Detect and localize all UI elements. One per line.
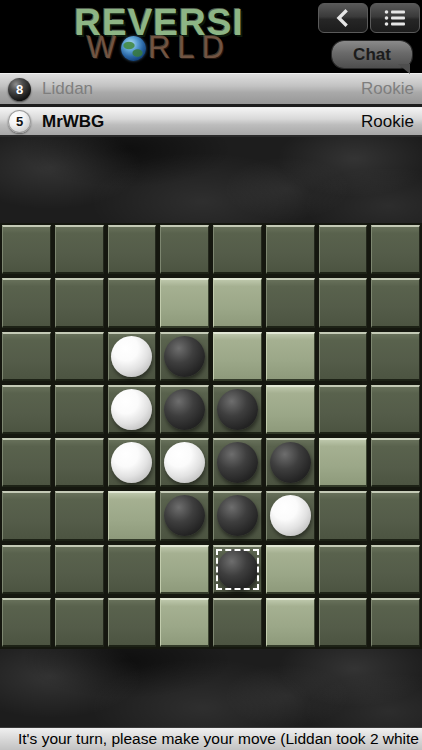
cell-e2[interactable] — [213, 278, 262, 327]
cell-e8 — [213, 598, 262, 647]
cell-a8 — [2, 598, 51, 647]
cell-d2[interactable] — [160, 278, 209, 327]
header: REVERSI WRLD Chat — [0, 0, 422, 73]
black-disc — [164, 389, 205, 430]
cell-d7[interactable] — [160, 545, 209, 594]
cell-h6 — [371, 491, 420, 540]
cell-f2 — [266, 278, 315, 327]
cell-h3 — [371, 332, 420, 381]
black-disc — [164, 495, 205, 536]
cell-a3 — [2, 332, 51, 381]
back-button[interactable] — [318, 3, 368, 33]
cell-b7 — [55, 545, 104, 594]
black-score-badge: 8 — [8, 78, 31, 101]
menu-list-button[interactable] — [370, 3, 420, 33]
background-texture-top — [0, 137, 422, 223]
cell-b2 — [55, 278, 104, 327]
cell-b1 — [55, 225, 104, 274]
black-disc — [217, 549, 258, 590]
cell-e1 — [213, 225, 262, 274]
cell-g3 — [319, 332, 368, 381]
black-disc — [217, 442, 258, 483]
white-score-badge: 5 — [8, 110, 31, 133]
chat-button-label: Chat — [353, 45, 391, 64]
white-disc — [270, 495, 311, 536]
cell-c5 — [108, 438, 157, 487]
cell-d6 — [160, 491, 209, 540]
app-logo: REVERSI WRLD — [0, 4, 318, 63]
cell-h2 — [371, 278, 420, 327]
cell-h1 — [371, 225, 420, 274]
white-disc — [111, 442, 152, 483]
cell-e6 — [213, 491, 262, 540]
nav-button-group — [318, 3, 420, 33]
cell-h5 — [371, 438, 420, 487]
cell-e3[interactable] — [213, 332, 262, 381]
status-bar: It's your turn, please make your move (L… — [0, 727, 422, 750]
cell-c4 — [108, 385, 157, 434]
list-icon — [383, 7, 407, 29]
status-text: It's your turn, please make your move (L… — [18, 730, 422, 747]
cell-c1 — [108, 225, 157, 274]
cell-b8 — [55, 598, 104, 647]
cell-f8[interactable] — [266, 598, 315, 647]
black-disc — [270, 442, 311, 483]
cell-f4[interactable] — [266, 385, 315, 434]
cell-g7 — [319, 545, 368, 594]
player-row-white[interactable]: 5 MrWBG Rookie — [0, 107, 422, 137]
cell-c2 — [108, 278, 157, 327]
earth-globe-icon — [121, 36, 146, 61]
cell-d5 — [160, 438, 209, 487]
cell-f6 — [266, 491, 315, 540]
app-window: REVERSI WRLD Chat 8 Liddan Ro — [0, 0, 422, 750]
cell-d8[interactable] — [160, 598, 209, 647]
logo-world-w: W — [87, 30, 123, 65]
cell-d3 — [160, 332, 209, 381]
black-disc — [164, 336, 205, 377]
background-texture-bottom — [0, 649, 422, 727]
cell-f7[interactable] — [266, 545, 315, 594]
cell-b6 — [55, 491, 104, 540]
cell-g1 — [319, 225, 368, 274]
cell-a7 — [2, 545, 51, 594]
black-disc — [217, 495, 258, 536]
cell-c7 — [108, 545, 157, 594]
cell-b4 — [55, 385, 104, 434]
cell-a1 — [2, 225, 51, 274]
chat-bubble-tail — [398, 64, 410, 74]
cell-c3 — [108, 332, 157, 381]
white-player-name: MrWBG — [42, 112, 104, 132]
cell-g2 — [319, 278, 368, 327]
cell-g6 — [319, 491, 368, 540]
cell-e7 — [213, 545, 262, 594]
cell-a5 — [2, 438, 51, 487]
black-player-name: Liddan — [42, 79, 93, 99]
chat-button[interactable]: Chat — [332, 41, 412, 68]
black-player-rank: Rookie — [361, 79, 414, 99]
board — [0, 223, 422, 649]
white-disc — [111, 389, 152, 430]
cell-f5 — [266, 438, 315, 487]
cell-e4 — [213, 385, 262, 434]
cell-h8 — [371, 598, 420, 647]
chevron-left-icon — [332, 7, 354, 29]
cell-c6[interactable] — [108, 491, 157, 540]
cell-f1 — [266, 225, 315, 274]
cell-a2 — [2, 278, 51, 327]
logo-world-text: WRLD — [0, 32, 318, 63]
cell-g8 — [319, 598, 368, 647]
white-player-rank: Rookie — [361, 112, 414, 132]
player-row-black[interactable]: 8 Liddan Rookie — [0, 73, 422, 107]
cell-e5 — [213, 438, 262, 487]
cell-b5 — [55, 438, 104, 487]
cell-h4 — [371, 385, 420, 434]
cell-a6 — [2, 491, 51, 540]
cell-b3 — [55, 332, 104, 381]
cell-h7 — [371, 545, 420, 594]
cell-c8 — [108, 598, 157, 647]
cell-a4 — [2, 385, 51, 434]
cell-f3[interactable] — [266, 332, 315, 381]
white-disc — [164, 442, 205, 483]
cell-d4 — [160, 385, 209, 434]
cell-d1 — [160, 225, 209, 274]
cell-g4 — [319, 385, 368, 434]
cell-g5[interactable] — [319, 438, 368, 487]
black-disc — [217, 389, 258, 430]
white-disc — [111, 336, 152, 377]
logo-world-rld: RLD — [148, 30, 231, 65]
